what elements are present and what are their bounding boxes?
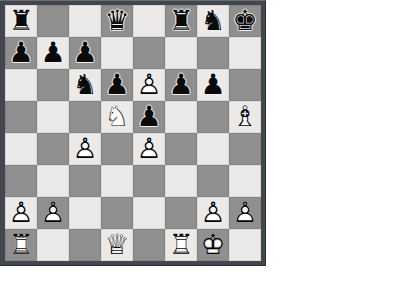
square-e1[interactable] (133, 229, 165, 261)
white-knight: ♘ (104, 101, 129, 133)
square-h8[interactable]: ♚ (229, 5, 261, 37)
white-bishop: ♗ (232, 101, 257, 133)
square-h5[interactable]: ♝♗ (229, 101, 261, 133)
square-g6[interactable]: ♟ (197, 69, 229, 101)
square-c8[interactable] (69, 5, 101, 37)
black-knight: ♞ (72, 69, 97, 101)
black-king: ♚ (232, 5, 257, 37)
white-bishop-fill: ♝ (232, 101, 257, 133)
white-king-fill: ♚ (200, 229, 225, 261)
square-c6[interactable]: ♞ (69, 69, 101, 101)
square-f8[interactable]: ♜ (165, 5, 197, 37)
square-c4[interactable]: ♟♙ (69, 133, 101, 165)
square-b8[interactable] (37, 5, 69, 37)
square-b1[interactable] (37, 229, 69, 261)
white-queen-fill: ♛ (104, 229, 129, 261)
white-pawn: ♙ (72, 133, 97, 165)
white-rook-fill: ♜ (8, 229, 33, 261)
white-pawn-fill: ♟ (232, 197, 257, 229)
square-a5[interactable] (5, 101, 37, 133)
square-c5[interactable] (69, 101, 101, 133)
white-pawn: ♙ (8, 197, 33, 229)
black-pawn: ♟ (104, 69, 129, 101)
square-e3[interactable] (133, 165, 165, 197)
square-e4[interactable]: ♟♙ (133, 133, 165, 165)
square-d5[interactable]: ♞♘ (101, 101, 133, 133)
square-h6[interactable] (229, 69, 261, 101)
black-pawn: ♟ (8, 37, 33, 69)
square-f6[interactable]: ♟ (165, 69, 197, 101)
black-rook: ♜ (168, 5, 193, 37)
square-h3[interactable] (229, 165, 261, 197)
white-pawn-fill: ♟ (200, 197, 225, 229)
square-g7[interactable] (197, 37, 229, 69)
square-g1[interactable]: ♚♔ (197, 229, 229, 261)
square-e8[interactable] (133, 5, 165, 37)
square-b6[interactable] (37, 69, 69, 101)
square-b3[interactable] (37, 165, 69, 197)
white-pawn-fill: ♟ (72, 133, 97, 165)
square-d8[interactable]: ♛ (101, 5, 133, 37)
square-d1[interactable]: ♛♕ (101, 229, 133, 261)
square-a8[interactable]: ♜ (5, 5, 37, 37)
white-pawn: ♙ (232, 197, 257, 229)
square-f1[interactable]: ♜♖ (165, 229, 197, 261)
square-f7[interactable] (165, 37, 197, 69)
square-g5[interactable] (197, 101, 229, 133)
white-pawn-fill: ♟ (40, 197, 65, 229)
square-c3[interactable] (69, 165, 101, 197)
black-pawn: ♟ (168, 69, 193, 101)
white-pawn: ♙ (136, 69, 161, 101)
black-pawn: ♟ (136, 101, 161, 133)
square-e7[interactable] (133, 37, 165, 69)
square-h7[interactable] (229, 37, 261, 69)
square-c2[interactable] (69, 197, 101, 229)
white-pawn: ♙ (40, 197, 65, 229)
black-pawn: ♟ (72, 37, 97, 69)
black-knight: ♞ (200, 5, 225, 37)
square-f4[interactable] (165, 133, 197, 165)
square-a3[interactable] (5, 165, 37, 197)
white-queen: ♕ (104, 229, 129, 261)
square-d3[interactable] (101, 165, 133, 197)
square-g4[interactable] (197, 133, 229, 165)
square-h4[interactable] (229, 133, 261, 165)
square-g2[interactable]: ♟♙ (197, 197, 229, 229)
square-f3[interactable] (165, 165, 197, 197)
square-d4[interactable] (101, 133, 133, 165)
square-c1[interactable] (69, 229, 101, 261)
square-g8[interactable]: ♞ (197, 5, 229, 37)
square-c7[interactable]: ♟ (69, 37, 101, 69)
square-b2[interactable]: ♟♙ (37, 197, 69, 229)
square-a2[interactable]: ♟♙ (5, 197, 37, 229)
black-pawn: ♟ (200, 69, 225, 101)
white-pawn: ♙ (200, 197, 225, 229)
square-b7[interactable]: ♟ (37, 37, 69, 69)
square-e6[interactable]: ♟♙ (133, 69, 165, 101)
white-pawn-fill: ♟ (136, 133, 161, 165)
square-d6[interactable]: ♟ (101, 69, 133, 101)
square-f2[interactable] (165, 197, 197, 229)
board-frame: ♜♛♜♞♚♟♟♟♞♟♟♙♟♟♞♘♟♝♗♟♙♟♙♟♙♟♙♟♙♟♙♜♖♛♕♜♖♚♔ (0, 0, 266, 266)
white-rook: ♖ (8, 229, 33, 261)
square-b4[interactable] (37, 133, 69, 165)
white-rook-fill: ♜ (168, 229, 193, 261)
chess-board: ♜♛♜♞♚♟♟♟♞♟♟♙♟♟♞♘♟♝♗♟♙♟♙♟♙♟♙♟♙♟♙♜♖♛♕♜♖♚♔ (5, 5, 261, 261)
square-a7[interactable]: ♟ (5, 37, 37, 69)
square-b5[interactable] (37, 101, 69, 133)
black-pawn: ♟ (40, 37, 65, 69)
square-h2[interactable]: ♟♙ (229, 197, 261, 229)
square-a4[interactable] (5, 133, 37, 165)
black-rook: ♜ (8, 5, 33, 37)
white-rook: ♖ (168, 229, 193, 261)
square-f5[interactable] (165, 101, 197, 133)
square-a6[interactable] (5, 69, 37, 101)
white-king: ♔ (200, 229, 225, 261)
square-e5[interactable]: ♟ (133, 101, 165, 133)
white-knight-fill: ♞ (104, 101, 129, 133)
square-h1[interactable] (229, 229, 261, 261)
square-a1[interactable]: ♜♖ (5, 229, 37, 261)
black-queen: ♛ (104, 5, 129, 37)
square-d7[interactable] (101, 37, 133, 69)
white-pawn: ♙ (136, 133, 161, 165)
white-pawn-fill: ♟ (136, 69, 161, 101)
square-g3[interactable] (197, 165, 229, 197)
square-d2[interactable] (101, 197, 133, 229)
square-e2[interactable] (133, 197, 165, 229)
white-pawn-fill: ♟ (8, 197, 33, 229)
